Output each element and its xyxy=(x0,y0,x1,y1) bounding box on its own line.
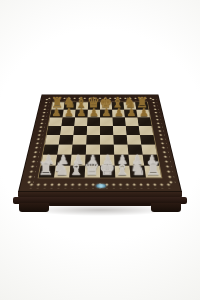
square-b7: ♟ xyxy=(63,110,76,118)
square-c4 xyxy=(72,135,86,145)
square-g5 xyxy=(126,126,140,135)
white-queen: ♛ xyxy=(84,160,100,178)
white-pawn: ♟ xyxy=(72,153,84,166)
square-b6 xyxy=(61,118,75,126)
square-g4 xyxy=(127,135,142,145)
white-pawn: ♟ xyxy=(146,153,158,166)
square-d5 xyxy=(87,126,100,135)
square-h2: ♟ xyxy=(143,155,159,166)
square-f1: ♝ xyxy=(115,166,131,178)
perspective-wrapper: ♜♞♝♛♚♝♞♜♟♟♟♟♟♟♟♟♟♟♟♟♟♟♟♟♜♞♝♛♚♝♞♜ xyxy=(18,28,182,192)
square-b5 xyxy=(60,126,74,135)
square-h1: ♜ xyxy=(144,166,161,178)
square-f3 xyxy=(114,145,129,155)
square-b4 xyxy=(59,135,74,145)
square-c6 xyxy=(74,118,87,126)
square-b3 xyxy=(57,145,72,155)
square-f5 xyxy=(113,126,127,135)
square-g3 xyxy=(128,145,143,155)
square-c2: ♟ xyxy=(70,155,85,166)
square-e6 xyxy=(100,118,113,126)
square-c1: ♝ xyxy=(69,166,85,178)
square-b1: ♞ xyxy=(54,166,70,178)
square-e4 xyxy=(100,135,114,145)
square-d3 xyxy=(86,145,100,155)
white-pawn: ♟ xyxy=(102,153,114,166)
bracket-foot-right xyxy=(151,203,181,212)
product-photo: ♜♞♝♛♚♝♞♜♟♟♟♟♟♟♟♟♟♟♟♟♟♟♟♟♜♞♝♛♚♝♞♜ xyxy=(0,0,200,300)
square-f8: ♝ xyxy=(112,102,124,109)
square-g1: ♞ xyxy=(130,166,146,178)
square-c5 xyxy=(73,126,87,135)
square-e8: ♚ xyxy=(100,102,112,109)
square-f2: ♟ xyxy=(114,155,129,166)
white-bishop: ♝ xyxy=(115,160,131,178)
white-knight: ♞ xyxy=(53,160,69,178)
square-d4 xyxy=(86,135,100,145)
chess-board-frame: ♜♞♝♛♚♝♞♜♟♟♟♟♟♟♟♟♟♟♟♟♟♟♟♟♜♞♝♛♚♝♞♜ xyxy=(18,94,182,192)
square-h7: ♟ xyxy=(136,110,150,118)
square-e7: ♟ xyxy=(100,110,112,118)
square-e1: ♚ xyxy=(100,166,115,178)
white-pawn: ♟ xyxy=(57,153,69,166)
white-rook: ♜ xyxy=(146,160,162,178)
plinth-arch xyxy=(47,203,153,206)
white-pawn: ♟ xyxy=(42,153,54,166)
square-g8: ♞ xyxy=(124,102,137,109)
square-h5 xyxy=(139,126,154,135)
square-h6 xyxy=(137,118,151,126)
square-c8: ♝ xyxy=(76,102,88,109)
square-f4 xyxy=(113,135,127,145)
square-h4 xyxy=(140,135,155,145)
square-b2: ♟ xyxy=(56,155,72,166)
chess-board: ♜♞♝♛♚♝♞♜♟♟♟♟♟♟♟♟♟♟♟♟♟♟♟♟♜♞♝♛♚♝♞♜ xyxy=(39,102,162,177)
square-d8: ♛ xyxy=(88,102,100,109)
square-e5 xyxy=(100,126,113,135)
white-pawn: ♟ xyxy=(87,153,99,166)
square-g2: ♟ xyxy=(128,155,144,166)
square-d6 xyxy=(87,118,100,126)
white-rook: ♜ xyxy=(38,160,54,178)
square-c3 xyxy=(72,145,87,155)
square-g6 xyxy=(125,118,139,126)
inlay-border-far xyxy=(47,97,155,101)
square-g7: ♟ xyxy=(124,110,137,118)
square-c7: ♟ xyxy=(75,110,88,118)
bracket-foot-left xyxy=(19,203,49,212)
white-pawn: ♟ xyxy=(116,153,128,166)
square-d7: ♟ xyxy=(88,110,100,118)
white-bishop: ♝ xyxy=(69,160,85,178)
square-h8: ♜ xyxy=(135,102,148,109)
center-medallion xyxy=(96,184,106,188)
square-h3 xyxy=(141,145,157,155)
white-pawn: ♟ xyxy=(131,153,143,166)
square-f7: ♟ xyxy=(112,110,125,118)
square-d1: ♛ xyxy=(85,166,100,178)
square-f6 xyxy=(112,118,125,126)
square-d2: ♟ xyxy=(85,155,100,166)
square-e3 xyxy=(100,145,114,155)
square-b8: ♞ xyxy=(64,102,77,109)
square-e2: ♟ xyxy=(100,155,115,166)
white-king: ♚ xyxy=(100,160,116,178)
